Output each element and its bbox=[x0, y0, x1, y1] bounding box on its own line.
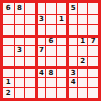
cell-r3c8[interactable] bbox=[77, 24, 88, 35]
cell-r3c5[interactable] bbox=[45, 24, 56, 35]
cell-r8c8[interactable] bbox=[77, 77, 88, 88]
cell-r2c3[interactable] bbox=[24, 14, 35, 25]
cell-r2c1[interactable] bbox=[3, 14, 14, 25]
cell-r4c5[interactable]: 6 bbox=[45, 35, 56, 46]
cell-r3c7[interactable] bbox=[66, 24, 77, 35]
cell-r1c8[interactable] bbox=[77, 3, 88, 14]
cell-r8c1[interactable]: 1 bbox=[3, 77, 14, 88]
cell-r9c3[interactable] bbox=[24, 87, 35, 98]
cell-r7c5[interactable]: 8 bbox=[45, 66, 56, 77]
cell-r1c3[interactable] bbox=[24, 3, 35, 14]
cell-r9c7[interactable] bbox=[66, 87, 77, 98]
cell-r4c3[interactable] bbox=[24, 35, 35, 46]
cell-r6c9[interactable] bbox=[87, 56, 98, 67]
cell-r4c7[interactable] bbox=[66, 35, 77, 46]
cell-r5c6[interactable] bbox=[56, 45, 67, 56]
cell-r2c8[interactable] bbox=[77, 14, 88, 25]
cell-r6c6[interactable] bbox=[56, 56, 67, 67]
cell-r6c8[interactable]: 2 bbox=[77, 56, 88, 67]
cell-r8c9[interactable] bbox=[87, 77, 98, 88]
cell-r7c6[interactable] bbox=[56, 66, 67, 77]
cell-r5c8[interactable] bbox=[77, 45, 88, 56]
cell-r3c3[interactable] bbox=[24, 24, 35, 35]
cell-r7c9[interactable] bbox=[87, 66, 98, 77]
cell-r5c7[interactable] bbox=[66, 45, 77, 56]
cell-r9c2[interactable] bbox=[14, 87, 25, 98]
cell-r9c4[interactable] bbox=[35, 87, 46, 98]
cell-r1c7[interactable]: 5 bbox=[66, 3, 77, 14]
cell-r2c5[interactable] bbox=[45, 14, 56, 25]
cell-r3c6[interactable] bbox=[56, 24, 67, 35]
cell-r9c9[interactable] bbox=[87, 87, 98, 98]
cell-r7c3[interactable] bbox=[24, 66, 35, 77]
cell-r4c1[interactable] bbox=[3, 35, 14, 46]
cell-r8c6[interactable] bbox=[56, 77, 67, 88]
cell-r6c1[interactable] bbox=[3, 56, 14, 67]
cell-r9c8[interactable] bbox=[77, 87, 88, 98]
cell-r7c7[interactable]: 3 bbox=[66, 66, 77, 77]
cell-r4c8[interactable]: 1 bbox=[77, 35, 88, 46]
cell-r5c2[interactable]: 3 bbox=[14, 45, 25, 56]
cell-r8c4[interactable] bbox=[35, 77, 46, 88]
cell-r4c6[interactable] bbox=[56, 35, 67, 46]
cell-r7c8[interactable] bbox=[77, 66, 88, 77]
cell-r7c4[interactable]: 4 bbox=[35, 66, 46, 77]
cell-r8c3[interactable] bbox=[24, 77, 35, 88]
cell-r6c2[interactable] bbox=[14, 56, 25, 67]
cell-r1c4[interactable] bbox=[35, 3, 46, 14]
cell-r5c5[interactable] bbox=[45, 45, 56, 56]
cell-r6c3[interactable] bbox=[24, 56, 35, 67]
cell-r4c2[interactable] bbox=[14, 35, 25, 46]
cell-r9c5[interactable] bbox=[45, 87, 56, 98]
cell-r1c2[interactable]: 8 bbox=[14, 3, 25, 14]
cell-r6c4[interactable] bbox=[35, 56, 46, 67]
cell-r1c5[interactable] bbox=[45, 3, 56, 14]
cell-r9c1[interactable]: 2 bbox=[3, 87, 14, 98]
cell-r5c3[interactable] bbox=[24, 45, 35, 56]
cell-r5c4[interactable]: 7 bbox=[35, 45, 46, 56]
cell-r9c6[interactable] bbox=[56, 87, 67, 98]
sudoku-board: 68531617372483142 bbox=[0, 0, 101, 101]
cell-r5c9[interactable] bbox=[87, 45, 98, 56]
cell-r2c6[interactable]: 1 bbox=[56, 14, 67, 25]
cell-r3c1[interactable] bbox=[3, 24, 14, 35]
cell-r2c7[interactable] bbox=[66, 14, 77, 25]
cell-r6c5[interactable] bbox=[45, 56, 56, 67]
cell-r1c1[interactable]: 6 bbox=[3, 3, 14, 14]
cell-r6c7[interactable] bbox=[66, 56, 77, 67]
cell-r3c4[interactable] bbox=[35, 24, 46, 35]
cell-r8c5[interactable] bbox=[45, 77, 56, 88]
cell-r1c6[interactable] bbox=[56, 3, 67, 14]
cell-r2c4[interactable]: 3 bbox=[35, 14, 46, 25]
cell-r8c2[interactable] bbox=[14, 77, 25, 88]
cell-r3c9[interactable] bbox=[87, 24, 98, 35]
cell-r2c9[interactable] bbox=[87, 14, 98, 25]
cell-r5c1[interactable] bbox=[3, 45, 14, 56]
cell-r7c2[interactable] bbox=[14, 66, 25, 77]
cell-r4c9[interactable]: 7 bbox=[87, 35, 98, 46]
cell-r1c9[interactable] bbox=[87, 3, 98, 14]
cell-r2c2[interactable] bbox=[14, 14, 25, 25]
cell-r8c7[interactable]: 4 bbox=[66, 77, 77, 88]
cell-r7c1[interactable] bbox=[3, 66, 14, 77]
cell-r4c4[interactable] bbox=[35, 35, 46, 46]
cell-r3c2[interactable] bbox=[14, 24, 25, 35]
